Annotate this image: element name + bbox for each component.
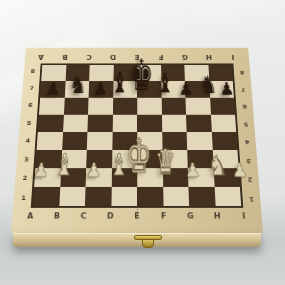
file-label-bottom-C: C: [81, 213, 87, 220]
file-label-top-B: B: [62, 53, 68, 59]
square-g1[interactable]: [188, 187, 215, 206]
rank-label-right-7: 7: [241, 86, 246, 91]
square-a6[interactable]: [39, 98, 64, 115]
square-g5[interactable]: [186, 115, 211, 132]
rank-label-right-4: 4: [245, 138, 250, 144]
square-a5[interactable]: [38, 115, 64, 132]
file-label-bottom-E: E: [134, 213, 139, 220]
piece-white-pawn[interactable]: ♟: [185, 161, 201, 180]
square-b1[interactable]: [59, 187, 86, 206]
square-d1[interactable]: [111, 187, 137, 206]
piece-black-knight[interactable]: ♞: [69, 73, 88, 98]
file-label-bottom-F: F: [161, 213, 167, 220]
file-label-top-A: A: [38, 53, 44, 59]
square-h5[interactable]: [211, 115, 237, 132]
file-label-top-C: C: [86, 53, 91, 59]
rank-label-left-5: 5: [27, 120, 32, 126]
file-label-bottom-I: I: [242, 213, 245, 220]
rank-label-left-8: 8: [31, 69, 36, 74]
rank-label-left-3: 3: [24, 157, 29, 163]
rank-label-left-6: 6: [28, 103, 33, 108]
piece-white-queen[interactable]: ♛: [155, 145, 176, 180]
square-b6[interactable]: [63, 98, 88, 115]
piece-black-pawn[interactable]: ♟: [46, 80, 62, 98]
rank-label-right-1: 1: [249, 195, 254, 201]
piece-white-pawn[interactable]: ♟: [33, 161, 50, 180]
piece-black-bishop[interactable]: ♝: [156, 71, 174, 98]
file-label-bottom-D: D: [107, 213, 114, 220]
square-a1[interactable]: [33, 187, 60, 206]
square-h1[interactable]: [214, 187, 241, 206]
box-front-edge: [13, 233, 261, 247]
square-g4[interactable]: [187, 132, 213, 150]
square-c1[interactable]: [85, 187, 111, 206]
square-e1[interactable]: [137, 187, 163, 206]
square-c4[interactable]: [87, 132, 112, 150]
rank-label-left-7: 7: [29, 86, 34, 91]
square-c5[interactable]: [87, 115, 112, 132]
square-h4[interactable]: [211, 132, 237, 150]
file-label-top-D: D: [110, 53, 116, 59]
rank-label-right-5: 5: [243, 120, 248, 126]
piece-white-king[interactable]: ♚: [126, 133, 152, 180]
square-f5[interactable]: [162, 115, 187, 132]
rank-label-left-4: 4: [25, 138, 30, 144]
piece-white-pawn[interactable]: ♟: [86, 161, 102, 180]
rank-label-right-6: 6: [242, 103, 247, 108]
piece-black-pawn[interactable]: ♟: [93, 80, 108, 98]
file-label-bottom-G: G: [187, 213, 194, 220]
square-f1[interactable]: [163, 187, 189, 206]
file-label-bottom-H: H: [214, 213, 221, 220]
piece-white-pawn[interactable]: ♟: [231, 161, 248, 180]
rank-label-right-8: 8: [240, 69, 245, 74]
brass-clasp-knob: [142, 239, 154, 248]
file-label-top-G: G: [182, 53, 188, 59]
square-h6[interactable]: [210, 98, 235, 115]
file-label-top-H: H: [206, 53, 212, 59]
piece-black-knight[interactable]: ♞: [199, 73, 218, 98]
square-c6[interactable]: [88, 98, 113, 115]
board-top-face: AABBCCDDEEFFGGHHII8877665544332211 ♟♞♟♝♚…: [11, 48, 263, 233]
rank-label-left-2: 2: [22, 176, 27, 182]
piece-black-pawn[interactable]: ♟: [178, 80, 193, 98]
file-label-top-I: I: [231, 53, 234, 59]
piece-black-pawn[interactable]: ♟: [219, 80, 235, 98]
file-label-top-F: F: [158, 53, 163, 59]
piece-white-knight[interactable]: ♞: [207, 152, 227, 180]
chess-box: AABBCCDDEEFFGGHHII8877665544332211 ♟♞♟♝♚…: [11, 3, 263, 233]
square-b5[interactable]: [63, 115, 88, 132]
square-f6[interactable]: [161, 98, 186, 115]
file-label-bottom-A: A: [27, 213, 34, 220]
rank-label-left-1: 1: [21, 195, 26, 201]
piece-black-bishop[interactable]: ♝: [111, 70, 129, 98]
file-label-bottom-B: B: [54, 213, 60, 220]
square-g6[interactable]: [185, 98, 210, 115]
piece-black-king[interactable]: ♚: [129, 54, 154, 97]
photo-canvas: AABBCCDDEEFFGGHHII8877665544332211 ♟♞♟♝♚…: [0, 0, 285, 285]
piece-white-bishop[interactable]: ♝: [54, 151, 74, 180]
